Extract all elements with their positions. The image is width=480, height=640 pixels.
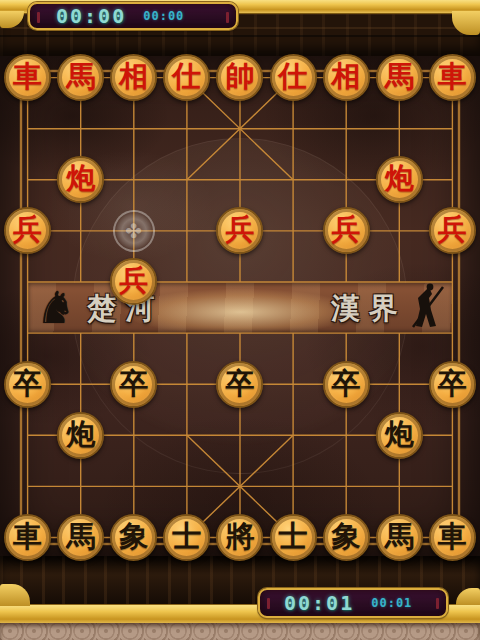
piece-black-卒[interactable]: 卒 [429, 361, 476, 408]
piece-red-帥[interactable]: 帥 [216, 54, 263, 101]
piece-black-車[interactable]: 車 [429, 514, 476, 561]
piece-red-車[interactable]: 車 [4, 54, 51, 101]
piece-black-象[interactable]: 象 [323, 514, 370, 561]
piece-black-士[interactable]: 士 [163, 514, 210, 561]
black-player-timer-panel: 00:01 00:01 [258, 588, 448, 618]
red-timer-secondary: 00:00 [143, 9, 184, 23]
piece-black-將[interactable]: 將 [216, 514, 263, 561]
piece-red-車[interactable]: 車 [429, 54, 476, 101]
piece-black-卒[interactable]: 卒 [4, 361, 51, 408]
piece-red-兵[interactable]: 兵 [4, 207, 51, 254]
red-player-timer-panel: 00:00 00:00 [28, 2, 238, 30]
black-timer-secondary: 00:01 [371, 596, 412, 610]
piece-black-炮[interactable]: 炮 [57, 412, 104, 459]
piece-red-兵[interactable]: 兵 [323, 207, 370, 254]
piece-red-仕[interactable]: 仕 [163, 54, 210, 101]
piece-red-相[interactable]: 相 [110, 54, 157, 101]
red-timer-main: 00:00 [56, 4, 126, 28]
piece-red-馬[interactable]: 馬 [376, 54, 423, 101]
piece-black-馬[interactable]: 馬 [57, 514, 104, 561]
embossed-bronze-strip [0, 623, 480, 640]
piece-red-炮[interactable]: 炮 [57, 156, 104, 203]
piece-red-兵[interactable]: 兵 [110, 258, 157, 305]
xiangqi-board[interactable]: ✤ 車馬相仕帥仕相馬車炮炮兵兵兵兵兵卒卒卒卒卒炮炮車馬象士將士象馬車 [1, 52, 479, 563]
last-move-origin-marker: ✤ [113, 210, 155, 252]
piece-black-卒[interactable]: 卒 [216, 361, 263, 408]
piece-red-馬[interactable]: 馬 [57, 54, 104, 101]
piece-black-士[interactable]: 士 [270, 514, 317, 561]
piece-black-卒[interactable]: 卒 [110, 361, 157, 408]
timer-tick-ornament [436, 598, 439, 609]
xiangqi-game-screen: ♞ 楚河 漢界 [0, 0, 480, 640]
piece-red-兵[interactable]: 兵 [429, 207, 476, 254]
piece-black-炮[interactable]: 炮 [376, 412, 423, 459]
piece-black-馬[interactable]: 馬 [376, 514, 423, 561]
timer-tick-ornament [37, 12, 40, 23]
timer-tick-ornament [267, 598, 270, 609]
piece-red-仕[interactable]: 仕 [270, 54, 317, 101]
piece-red-相[interactable]: 相 [323, 54, 370, 101]
board-background: ♞ 楚河 漢界 [0, 56, 480, 556]
piece-black-卒[interactable]: 卒 [323, 361, 370, 408]
piece-red-兵[interactable]: 兵 [216, 207, 263, 254]
piece-red-炮[interactable]: 炮 [376, 156, 423, 203]
piece-black-車[interactable]: 車 [4, 514, 51, 561]
timer-tick-ornament [226, 12, 229, 23]
piece-black-象[interactable]: 象 [110, 514, 157, 561]
black-timer-main: 00:01 [284, 591, 354, 615]
